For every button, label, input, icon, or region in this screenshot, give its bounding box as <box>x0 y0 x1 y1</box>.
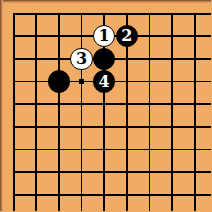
grid-line-vertical <box>58 13 59 212</box>
grid-line-horizontal <box>13 103 212 104</box>
grid-line-horizontal <box>13 149 212 150</box>
stone-white-move-3[interactable]: 3 <box>70 48 93 71</box>
board-frame-left-edge <box>0 0 3 211</box>
stone-black-e17[interactable] <box>93 48 116 71</box>
grid-line-horizontal <box>13 13 212 15</box>
grid-line-vertical <box>149 13 150 212</box>
grid-line-horizontal <box>13 194 212 195</box>
move-number-label: 4 <box>99 73 110 89</box>
move-number-label: 2 <box>121 28 132 44</box>
grid-line-vertical <box>171 13 172 212</box>
go-board[interactable]: 1234 <box>0 0 211 211</box>
grid-line-horizontal <box>13 171 212 172</box>
stone-white-move-1[interactable]: 1 <box>93 25 116 48</box>
hoshi-star-point <box>79 79 84 84</box>
stone-black-move-2[interactable]: 2 <box>116 25 139 48</box>
move-number-label: 3 <box>76 50 87 66</box>
move-number-label: 1 <box>99 28 110 44</box>
grid-line-vertical <box>13 13 15 212</box>
grid-line-horizontal <box>13 126 212 127</box>
go-diagram: 1234 <box>0 0 211 211</box>
grid-line-vertical <box>81 13 82 212</box>
board-frame-top-edge <box>0 0 211 3</box>
grid-line-vertical <box>35 13 36 212</box>
stone-black-move-4[interactable]: 4 <box>93 70 116 93</box>
stone-black-c16[interactable] <box>48 70 71 93</box>
grid-line-vertical <box>194 13 195 212</box>
